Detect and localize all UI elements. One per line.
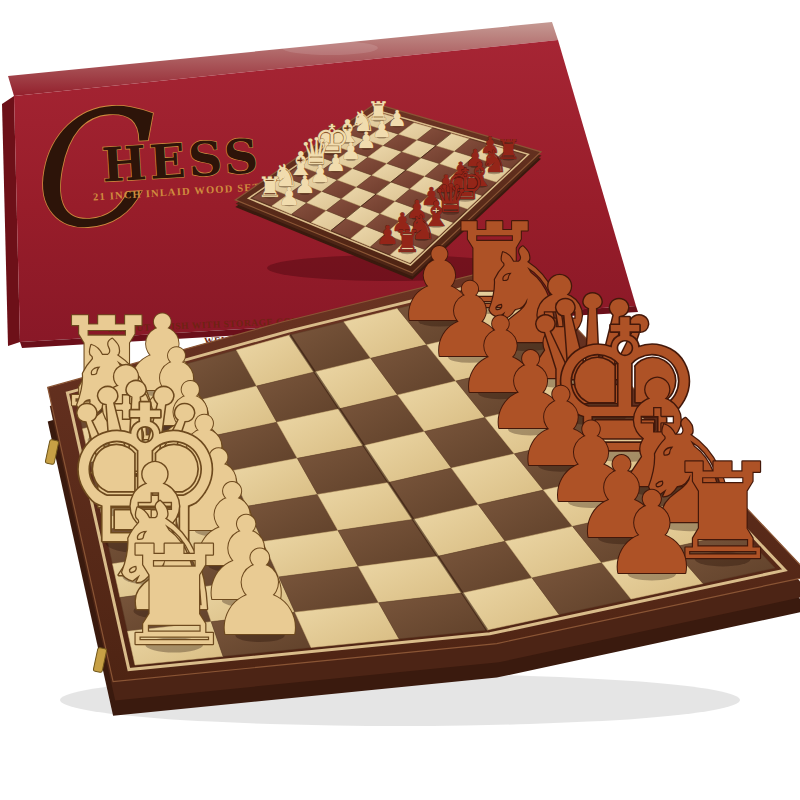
chess-piece-white-r: ♜ <box>113 517 236 676</box>
box-top-embossing <box>282 41 378 55</box>
scene-canvas: C HESS 21 INCH INLAID WOOD SET WALNUT FI… <box>0 0 800 800</box>
chess-piece-white-p: ♟ <box>278 182 300 211</box>
chess-piece-red-p: ♟ <box>601 467 703 600</box>
product-photo: C HESS 21 INCH INLAID WOOD SET WALNUT FI… <box>0 0 800 800</box>
